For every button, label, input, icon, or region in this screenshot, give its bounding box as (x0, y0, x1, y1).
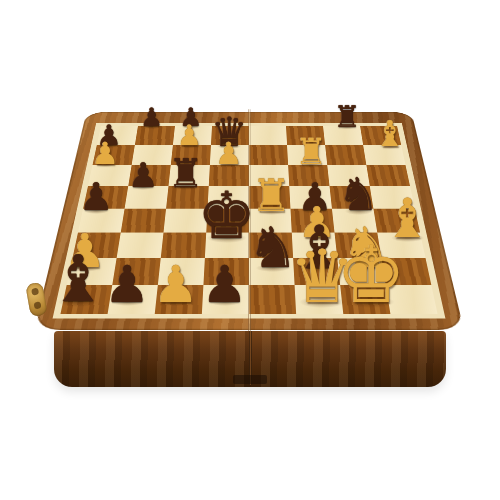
piece-white-king-g1[interactable]: ♚ (336, 236, 406, 314)
piece-white-rook-e4[interactable]: ♜ (251, 173, 291, 218)
piece-black-bishop-a1[interactable]: ♝ (49, 247, 107, 312)
pieces-layer: ♟♟♜♟♛♟♝♟♟♜♟♜♟♜♟♞♚♟♝♟♞♝♞♝♟♟♟♛♚ (0, 0, 500, 500)
piece-white-pawn-c7[interactable]: ♟ (177, 122, 202, 150)
piece-black-pawn-a4[interactable]: ♟ (79, 178, 113, 216)
piece-black-rook-g8[interactable]: ♜ (334, 102, 361, 132)
piece-black-pawn-d1[interactable]: ♟ (202, 259, 248, 310)
piece-black-pawn-b8[interactable]: ♟ (140, 105, 163, 131)
piece-white-pawn-c1[interactable]: ♟ (153, 259, 199, 310)
chess-set-photo: ♟♟♜♟♛♟♝♟♟♜♟♜♟♜♟♞♚♟♝♟♞♝♞♝♟♟♟♛♚ (0, 0, 500, 500)
piece-white-rook-f6[interactable]: ♜ (295, 134, 327, 170)
piece-white-bishop-h7[interactable]: ♝ (374, 116, 406, 152)
piece-black-pawn-b5[interactable]: ♟ (128, 158, 158, 192)
piece-white-pawn-a6[interactable]: ♟ (92, 139, 119, 170)
piece-white-pawn-d6[interactable]: ♟ (215, 139, 242, 170)
piece-black-knight-g4[interactable]: ♞ (338, 172, 379, 218)
piece-black-pawn-b1[interactable]: ♟ (104, 259, 150, 310)
